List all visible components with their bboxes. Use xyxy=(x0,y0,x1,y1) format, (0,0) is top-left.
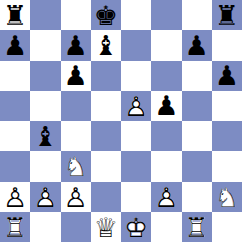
piece-white-rook[interactable]: ♜♖ xyxy=(0,212,30,242)
square-d2[interactable] xyxy=(91,182,121,212)
piece-white-rook[interactable]: ♜♖ xyxy=(182,212,212,242)
square-c6[interactable]: ♟ xyxy=(61,61,91,91)
square-f8[interactable] xyxy=(151,0,181,30)
square-f3[interactable] xyxy=(151,151,181,181)
square-a6[interactable] xyxy=(0,61,30,91)
square-e8[interactable] xyxy=(121,0,151,30)
square-a3[interactable] xyxy=(0,151,30,181)
square-a7[interactable]: ♟ xyxy=(0,30,30,60)
square-f5[interactable]: ♟ xyxy=(151,91,181,121)
square-b4[interactable]: ♝ xyxy=(30,121,60,151)
piece-white-pawn[interactable]: ♟♙ xyxy=(121,91,151,121)
square-a5[interactable] xyxy=(0,91,30,121)
square-d4[interactable] xyxy=(91,121,121,151)
piece-white-pawn[interactable]: ♟♙ xyxy=(0,182,30,212)
square-e6[interactable] xyxy=(121,61,151,91)
square-d6[interactable] xyxy=(91,61,121,91)
square-g2[interactable] xyxy=(182,182,212,212)
square-c1[interactable] xyxy=(61,212,91,242)
square-b6[interactable] xyxy=(30,61,60,91)
piece-black-pawn[interactable]: ♟ xyxy=(212,61,242,91)
square-d7[interactable]: ♝ xyxy=(91,30,121,60)
square-c4[interactable] xyxy=(61,121,91,151)
white-pawn-glyph: ♙ xyxy=(3,183,27,210)
square-h5[interactable] xyxy=(212,91,242,121)
piece-black-king[interactable]: ♚ xyxy=(91,0,121,30)
square-f6[interactable] xyxy=(151,61,181,91)
chess-board: ♜♚♜♟♟♝♟♟♟♟♙♟♝♞♘♟♙♟♙♟♙♟♙♞♘♜♖♛♕♚♔♜♖ xyxy=(0,0,242,242)
square-d5[interactable] xyxy=(91,91,121,121)
piece-black-pawn[interactable]: ♟ xyxy=(151,91,181,121)
square-g7[interactable]: ♟ xyxy=(182,30,212,60)
square-e2[interactable] xyxy=(121,182,151,212)
square-d1[interactable]: ♛♕ xyxy=(91,212,121,242)
square-g3[interactable] xyxy=(182,151,212,181)
square-b3[interactable] xyxy=(30,151,60,181)
square-c2[interactable]: ♟♙ xyxy=(61,182,91,212)
square-h2[interactable]: ♞♘ xyxy=(212,182,242,212)
square-g5[interactable] xyxy=(182,91,212,121)
square-f1[interactable] xyxy=(151,212,181,242)
square-f4[interactable] xyxy=(151,121,181,151)
square-c3[interactable]: ♞♘ xyxy=(61,151,91,181)
square-e5[interactable]: ♟♙ xyxy=(121,91,151,121)
square-d8[interactable]: ♚ xyxy=(91,0,121,30)
white-pawn-glyph: ♙ xyxy=(33,183,57,210)
white-pawn-glyph: ♙ xyxy=(124,92,148,119)
piece-white-pawn[interactable]: ♟♙ xyxy=(151,182,181,212)
piece-black-bishop[interactable]: ♝ xyxy=(91,30,121,60)
square-e4[interactable] xyxy=(121,121,151,151)
square-a1[interactable]: ♜♖ xyxy=(0,212,30,242)
square-a2[interactable]: ♟♙ xyxy=(0,182,30,212)
square-h3[interactable] xyxy=(212,151,242,181)
square-h4[interactable] xyxy=(212,121,242,151)
white-knight-glyph: ♘ xyxy=(64,153,88,180)
white-pawn-glyph: ♙ xyxy=(154,183,178,210)
square-g8[interactable] xyxy=(182,0,212,30)
white-queen-glyph: ♕ xyxy=(94,213,118,240)
white-rook-glyph: ♖ xyxy=(3,213,27,240)
square-b7[interactable] xyxy=(30,30,60,60)
square-e7[interactable] xyxy=(121,30,151,60)
piece-black-rook[interactable]: ♜ xyxy=(212,0,242,30)
white-pawn-glyph: ♙ xyxy=(64,183,88,210)
piece-black-pawn[interactable]: ♟ xyxy=(182,30,212,60)
piece-white-pawn[interactable]: ♟♙ xyxy=(61,182,91,212)
square-a8[interactable]: ♜ xyxy=(0,0,30,30)
square-e1[interactable]: ♚♔ xyxy=(121,212,151,242)
square-a4[interactable] xyxy=(0,121,30,151)
piece-white-pawn[interactable]: ♟♙ xyxy=(30,182,60,212)
piece-black-pawn[interactable]: ♟ xyxy=(61,30,91,60)
square-b2[interactable]: ♟♙ xyxy=(30,182,60,212)
square-b1[interactable] xyxy=(30,212,60,242)
piece-white-knight[interactable]: ♞♘ xyxy=(61,151,91,181)
square-b5[interactable] xyxy=(30,91,60,121)
square-f2[interactable]: ♟♙ xyxy=(151,182,181,212)
square-h8[interactable]: ♜ xyxy=(212,0,242,30)
white-knight-glyph: ♘ xyxy=(215,183,239,210)
square-g6[interactable] xyxy=(182,61,212,91)
square-b8[interactable] xyxy=(30,0,60,30)
square-g1[interactable]: ♜♖ xyxy=(182,212,212,242)
square-g4[interactable] xyxy=(182,121,212,151)
square-c8[interactable] xyxy=(61,0,91,30)
square-h6[interactable]: ♟ xyxy=(212,61,242,91)
piece-black-pawn[interactable]: ♟ xyxy=(61,61,91,91)
square-c5[interactable] xyxy=(61,91,91,121)
square-h1[interactable] xyxy=(212,212,242,242)
piece-white-knight[interactable]: ♞♘ xyxy=(212,182,242,212)
piece-black-pawn[interactable]: ♟ xyxy=(0,30,30,60)
square-c7[interactable]: ♟ xyxy=(61,30,91,60)
piece-white-king[interactable]: ♚♔ xyxy=(121,212,151,242)
piece-white-queen[interactable]: ♛♕ xyxy=(91,212,121,242)
white-king-glyph: ♔ xyxy=(124,213,148,240)
square-d3[interactable] xyxy=(91,151,121,181)
square-f7[interactable] xyxy=(151,30,181,60)
square-h7[interactable] xyxy=(212,30,242,60)
white-rook-glyph: ♖ xyxy=(185,213,209,240)
piece-black-rook[interactable]: ♜ xyxy=(0,0,30,30)
square-e3[interactable] xyxy=(121,151,151,181)
piece-black-bishop[interactable]: ♝ xyxy=(30,121,60,151)
